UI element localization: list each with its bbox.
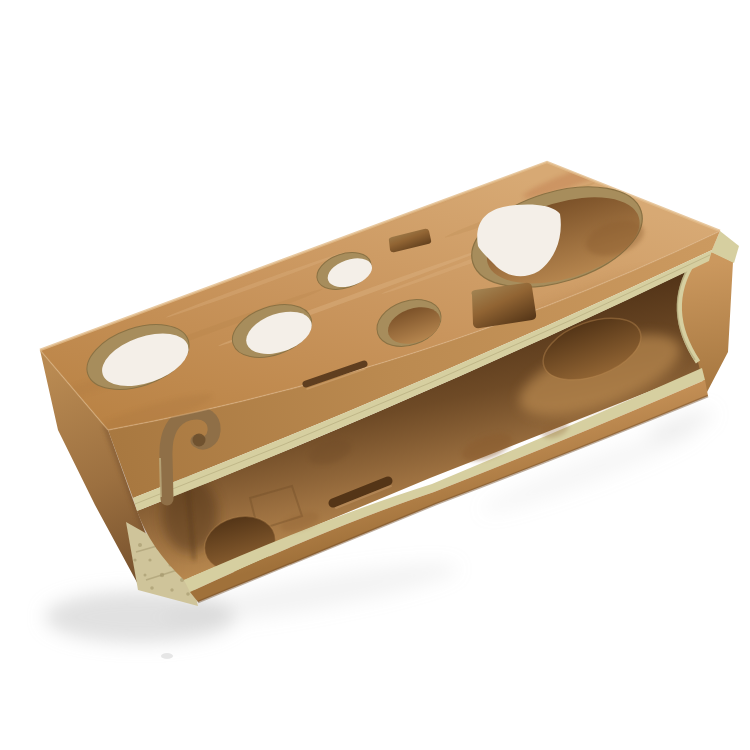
hook-tip-shadow: [193, 434, 206, 447]
product-photo: Overhead three-quarter product photo of …: [0, 0, 750, 750]
product-photo-render: Overhead three-quarter product photo of …: [0, 0, 750, 750]
hook-edge-light: [160, 458, 161, 497]
shadow-speck: [161, 653, 173, 659]
